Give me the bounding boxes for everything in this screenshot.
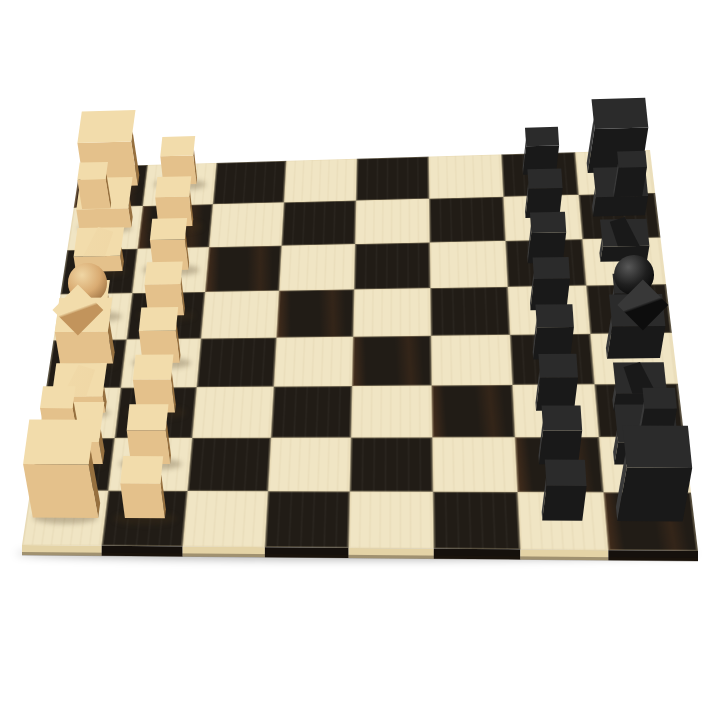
square-a2 (143, 163, 217, 206)
square-f1 (38, 388, 120, 439)
square-b4 (282, 201, 356, 246)
square-c3 (205, 246, 281, 292)
square-f2 (115, 387, 197, 438)
square-a7 (501, 152, 578, 197)
square-e3 (197, 338, 277, 388)
square-g5 (350, 437, 433, 491)
square-d5 (353, 288, 431, 337)
square-g3 (188, 438, 271, 491)
square-e5 (352, 336, 432, 386)
square-e6 (431, 335, 512, 386)
square-b1 (67, 206, 143, 250)
square-g6 (432, 437, 517, 492)
square-c4 (279, 244, 355, 291)
square-e2 (121, 339, 201, 388)
square-d8 (586, 284, 672, 334)
square-h5 (349, 491, 434, 548)
square-g8 (599, 437, 691, 493)
square-b3 (209, 202, 284, 247)
square-f4 (271, 386, 352, 438)
chessboard (22, 150, 698, 551)
square-c6 (430, 241, 508, 288)
square-d6 (430, 287, 510, 336)
square-c2 (132, 247, 209, 293)
square-b2 (138, 204, 213, 248)
square-a1 (74, 165, 148, 208)
square-g4 (268, 438, 351, 492)
square-h4 (265, 491, 350, 548)
square-f8 (595, 384, 685, 437)
square-b7 (503, 195, 582, 241)
square-a5 (356, 157, 429, 201)
square-g7 (515, 437, 604, 492)
square-d7 (508, 286, 591, 335)
square-f5 (351, 385, 432, 437)
square-c1 (60, 249, 137, 295)
square-g1 (30, 438, 114, 491)
bauhaus-chess-set-photo (0, 0, 720, 720)
square-h1 (22, 490, 108, 545)
square-h8 (604, 492, 698, 551)
square-b6 (429, 197, 505, 243)
square-a8 (575, 150, 655, 195)
square-f7 (512, 384, 599, 437)
square-c8 (582, 238, 666, 286)
square-d2 (127, 292, 205, 340)
square-h2 (102, 491, 188, 547)
square-d3 (201, 291, 279, 339)
square-e8 (590, 333, 678, 384)
square-f3 (192, 387, 274, 438)
square-h6 (433, 492, 520, 550)
square-a4 (284, 159, 357, 203)
square-f6 (432, 385, 515, 438)
square-d1 (53, 293, 132, 340)
square-d4 (276, 289, 354, 337)
square-c5 (354, 242, 430, 289)
square-b8 (579, 193, 661, 239)
square-a3 (213, 161, 286, 204)
square-e1 (46, 339, 127, 388)
square-c7 (506, 239, 587, 287)
square-h3 (183, 491, 268, 547)
square-b5 (355, 199, 430, 244)
square-g2 (108, 438, 192, 491)
square-e4 (274, 337, 353, 387)
square-e7 (510, 334, 595, 385)
square-h7 (518, 492, 609, 550)
square-a6 (429, 154, 504, 198)
